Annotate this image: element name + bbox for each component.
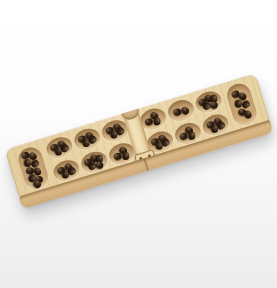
seed [209,100,219,109]
seed [188,131,195,139]
photo-background [0,0,277,288]
mancala-board [5,73,274,209]
store-right[interactable] [224,81,259,128]
pit-top-2[interactable] [72,126,103,153]
seed [94,160,104,169]
pit-top-6[interactable] [193,89,224,116]
seed [235,99,242,107]
pit-top-1[interactable] [44,134,75,161]
seed [153,117,160,125]
seed [243,109,252,119]
pit-top-5[interactable] [166,97,197,124]
store-left[interactable] [16,144,51,191]
seed [180,105,191,115]
seed [24,159,31,167]
seed [122,151,129,159]
